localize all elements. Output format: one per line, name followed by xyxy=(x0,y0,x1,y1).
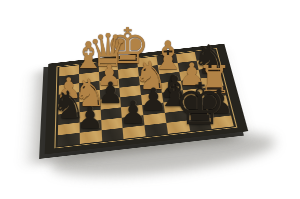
square-f8[interactable] xyxy=(101,128,124,141)
square-h8[interactable] xyxy=(58,133,80,146)
chess-photo-stage: ♚♛♝♝♞♞♜♟♟♟♚♝♞♞♟♟♟♟♟♟♟ xyxy=(0,0,300,199)
black-king[interactable]: ♚ xyxy=(174,76,226,134)
black-pawn[interactable]: ♟ xyxy=(119,97,147,128)
black-pawn[interactable]: ♟ xyxy=(77,102,104,132)
square-d8[interactable] xyxy=(144,123,167,136)
